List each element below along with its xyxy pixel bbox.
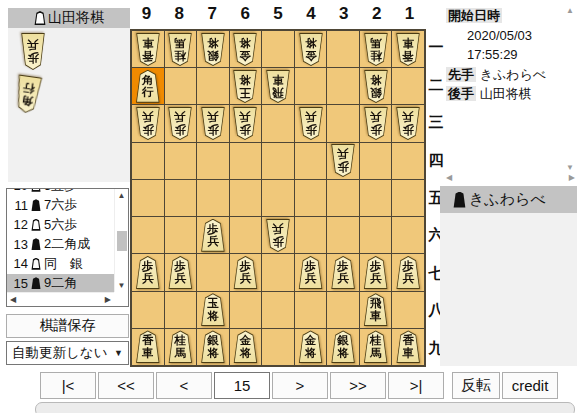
file-label: 6 — [229, 4, 262, 28]
sente-captured-tray — [440, 213, 577, 366]
piece-knight-sente: 桂馬 — [167, 330, 193, 363]
piece-pawn-sente: 歩兵 — [135, 256, 161, 289]
rank-label: 一 — [427, 29, 445, 67]
gote-captured-tray: 歩兵角行 — [8, 28, 130, 182]
square-5五 — [262, 180, 294, 216]
file-labels: 987654321 — [130, 4, 426, 28]
square-6四 — [230, 143, 262, 179]
file-label: 2 — [360, 4, 393, 28]
square-4二 — [295, 68, 327, 104]
square-1三: 歩兵 — [392, 105, 424, 141]
square-6九: 金将 — [230, 329, 262, 365]
square-5八 — [262, 292, 294, 328]
piece-pawn-sente: 歩兵 — [363, 256, 389, 289]
save-kifu-button[interactable]: 棋譜保存 — [6, 314, 129, 338]
square-6三: 歩兵 — [230, 105, 262, 141]
square-9二: 角行 — [132, 68, 164, 104]
gote-marker-icon — [31, 189, 41, 192]
gote-marker-icon — [31, 219, 41, 231]
piece-gold-gote: 金将 — [298, 33, 324, 66]
square-5二: 飛車 — [262, 68, 294, 104]
move-text: 9二角 — [44, 274, 77, 292]
square-1九: 香車 — [392, 329, 424, 365]
piece-gold-sente: 金将 — [232, 330, 258, 363]
square-3八 — [327, 292, 359, 328]
sente-marker-icon — [31, 238, 41, 250]
move-number: 14 — [13, 256, 28, 271]
square-9一: 香車 — [132, 31, 164, 67]
scroll-left-icon[interactable]: ◀ — [10, 295, 16, 304]
sente-player-name: きふわらべ — [469, 190, 546, 209]
move-slider-track[interactable] — [35, 402, 575, 413]
move-number: 12 — [13, 217, 28, 232]
file-label: 7 — [196, 4, 229, 28]
move-text: 5六歩 — [44, 216, 77, 234]
square-9七: 歩兵 — [132, 254, 164, 290]
square-5九 — [262, 329, 294, 365]
gote-marker-icon — [31, 258, 41, 270]
square-4四 — [295, 143, 327, 179]
rank-label: 四 — [427, 142, 445, 180]
square-6一: 金将 — [230, 31, 262, 67]
square-3七: 歩兵 — [327, 254, 359, 290]
nav-back-10-button[interactable]: << — [98, 372, 154, 399]
square-2一: 桂馬 — [360, 31, 392, 67]
file-label: 3 — [327, 4, 360, 28]
square-1一: 香車 — [392, 31, 424, 67]
move-text: 2二角成 — [44, 235, 90, 253]
square-9六 — [132, 217, 164, 253]
piece-pawn-gote: 歩兵 — [395, 107, 421, 140]
piece-pawn-gote: 歩兵 — [363, 107, 389, 140]
piece-knight-sente: 桂馬 — [363, 330, 389, 363]
square-8九: 桂馬 — [165, 329, 197, 365]
square-8三: 歩兵 — [165, 105, 197, 141]
square-5四 — [262, 143, 294, 179]
square-1二 — [392, 68, 424, 104]
piece-pawn-sente: 歩兵 — [232, 256, 258, 289]
flip-board-button[interactable]: 反転 — [452, 372, 500, 399]
gote-name: 山田将棋 — [480, 86, 532, 101]
square-2三: 歩兵 — [360, 105, 392, 141]
square-3六 — [327, 217, 359, 253]
square-1四 — [392, 143, 424, 179]
square-2八: 飛車 — [360, 292, 392, 328]
scroll-up-icon[interactable]: ▲ — [566, 6, 574, 15]
piece-bishop-gote: 角行 — [13, 74, 44, 114]
nav-last-button[interactable]: >| — [388, 372, 444, 399]
square-5一 — [262, 31, 294, 67]
move-list-item-12[interactable]: 125六歩 — [7, 215, 114, 235]
gote-player-bar: 山田将棋 — [8, 8, 130, 28]
square-8五 — [165, 180, 197, 216]
piece-gold-sente: 金将 — [298, 330, 324, 363]
square-3五 — [327, 180, 359, 216]
piece-lance-sente: 香車 — [395, 330, 421, 363]
sente-player-bar: きふわらべ — [440, 186, 577, 213]
piece-knight-gote: 桂馬 — [363, 33, 389, 66]
square-1八 — [392, 292, 424, 328]
auto-update-dropdown[interactable]: 自動更新しない ▼ — [6, 341, 129, 365]
scroll-right-icon[interactable]: ▶ — [569, 173, 575, 182]
gote-piece-icon — [34, 11, 46, 25]
piece-pawn-sente: 歩兵 — [200, 219, 226, 252]
credit-button[interactable]: credit — [502, 372, 558, 399]
sente-marker-icon — [31, 199, 41, 211]
square-2四 — [360, 143, 392, 179]
chevron-down-icon: ▼ — [114, 348, 123, 358]
scroll-left-icon[interactable]: ◀ — [446, 173, 452, 182]
square-9九: 香車 — [132, 329, 164, 365]
piece-pawn-gote: 歩兵 — [330, 144, 356, 177]
move-list-item-14[interactable]: 14同 銀 — [7, 254, 114, 274]
piece-lance-gote: 香車 — [135, 33, 161, 66]
piece-silver-gote: 銀将 — [200, 33, 226, 66]
piece-pawn-gote: 歩兵 — [135, 107, 161, 140]
sente-name: きふわらべ — [480, 67, 547, 82]
scrollbar-thumb[interactable] — [117, 231, 127, 251]
piece-pawn-gote: 歩兵 — [232, 107, 258, 140]
move-number: 11 — [13, 198, 28, 213]
move-number: 13 — [13, 237, 28, 252]
square-2二: 銀将 — [360, 68, 392, 104]
move-number: 10 — [13, 189, 28, 193]
scroll-right-icon[interactable]: ▶ — [105, 295, 111, 304]
info-scrollbar-horizontal[interactable]: ◀ ▶ — [444, 170, 577, 184]
square-4七: 歩兵 — [295, 254, 327, 290]
square-3九: 銀将 — [327, 329, 359, 365]
piece-gold-gote: 金将 — [232, 33, 258, 66]
move-list-item-11[interactable]: 117六歩 — [7, 196, 114, 216]
square-1六 — [392, 217, 424, 253]
move-text: 5五歩 — [44, 189, 77, 195]
move-number-input[interactable]: 15 — [214, 372, 270, 399]
start-date: 2020/05/03 — [446, 26, 562, 46]
piece-pawn-sente: 歩兵 — [330, 256, 356, 289]
square-7二 — [197, 68, 229, 104]
square-9三: 歩兵 — [132, 105, 164, 141]
square-2七: 歩兵 — [360, 254, 392, 290]
square-4六 — [295, 217, 327, 253]
square-7三: 歩兵 — [197, 105, 229, 141]
square-4五 — [295, 180, 327, 216]
info-scrollbar-vertical[interactable]: ▲ ▼ — [563, 6, 577, 172]
square-6五 — [230, 180, 262, 216]
move-list: 105五歩117六歩125六歩132二角成14同 銀159二角 ▲ ▼ ◀ ▶ — [6, 188, 129, 307]
piece-rook-sente: 飛車 — [363, 293, 389, 326]
square-2五 — [360, 180, 392, 216]
rank-label: 二 — [427, 67, 445, 105]
gote-label: 後手 — [446, 86, 476, 101]
file-label: 9 — [130, 4, 163, 28]
square-6八 — [230, 292, 262, 328]
square-6六 — [230, 217, 262, 253]
piece-silver-sente: 銀将 — [200, 330, 226, 363]
rank-label: 三 — [427, 104, 445, 142]
piece-silver-gote: 銀将 — [363, 70, 389, 103]
move-list-item-13[interactable]: 132二角成 — [7, 235, 114, 255]
move-list-scrollbar-vertical[interactable]: ▲ ▼ — [114, 189, 128, 292]
move-number: 15 — [13, 276, 28, 291]
square-5三 — [262, 105, 294, 141]
piece-bishop-sente: 角行 — [135, 70, 161, 103]
file-label: 4 — [294, 4, 327, 28]
navigation-bar: |<<<<15>>>>|反転credit — [40, 372, 558, 399]
nav-forward-10-button[interactable]: >> — [330, 372, 386, 399]
piece-king-sente: 玉将 — [200, 293, 226, 326]
square-8二 — [165, 68, 197, 104]
square-2六 — [360, 217, 392, 253]
move-list-item-15[interactable]: 159二角 — [7, 274, 114, 293]
sente-marker-icon — [31, 277, 41, 289]
shogi-board: 香車桂馬銀将金将金将桂馬香車角行王将飛車銀将歩兵歩兵歩兵歩兵歩兵歩兵歩兵歩兵歩兵… — [130, 29, 426, 367]
sente-label: 先手 — [446, 67, 476, 82]
start-time: 17:55:29 — [446, 45, 562, 65]
square-6二: 王将 — [230, 68, 262, 104]
square-1七: 歩兵 — [392, 254, 424, 290]
square-9四 — [132, 143, 164, 179]
square-8四 — [165, 143, 197, 179]
square-5六: 歩兵 — [262, 217, 294, 253]
piece-knight-gote: 桂馬 — [167, 33, 193, 66]
square-3二 — [327, 68, 359, 104]
game-info-panel: 開始日時 2020/05/03 17:55:29 先手 きふわらべ 後手 山田将… — [446, 6, 562, 104]
square-4三: 歩兵 — [295, 105, 327, 141]
square-3四: 歩兵 — [327, 143, 359, 179]
square-8一: 桂馬 — [165, 31, 197, 67]
file-label: 1 — [393, 4, 426, 28]
piece-pawn-gote: 歩兵 — [265, 219, 291, 252]
square-7七 — [197, 254, 229, 290]
square-4九: 金将 — [295, 329, 327, 365]
square-9五 — [132, 180, 164, 216]
sente-piece-icon — [453, 192, 466, 208]
square-3三 — [327, 105, 359, 141]
piece-pawn-gote: 歩兵 — [20, 33, 46, 70]
nav-back-button[interactable]: < — [156, 372, 212, 399]
square-9八 — [132, 292, 164, 328]
piece-pawn-gote: 歩兵 — [167, 107, 193, 140]
piece-pawn-sente: 歩兵 — [167, 256, 193, 289]
square-8八 — [165, 292, 197, 328]
nav-forward-button[interactable]: > — [272, 372, 328, 399]
square-4一: 金将 — [295, 31, 327, 67]
move-text: 7六歩 — [44, 196, 77, 214]
square-2九: 桂馬 — [360, 329, 392, 365]
square-7五 — [197, 180, 229, 216]
piece-lance-gote: 香車 — [395, 33, 421, 66]
scroll-up-icon[interactable]: ▲ — [118, 191, 126, 200]
file-label: 5 — [262, 4, 295, 28]
square-8六 — [165, 217, 197, 253]
square-7四 — [197, 143, 229, 179]
square-7六: 歩兵 — [197, 217, 229, 253]
square-8七: 歩兵 — [165, 254, 197, 290]
move-text: 同 銀 — [44, 255, 83, 273]
square-7一: 銀将 — [197, 31, 229, 67]
piece-pawn-sente: 歩兵 — [395, 256, 421, 289]
file-label: 8 — [163, 4, 196, 28]
piece-lance-sente: 香車 — [135, 330, 161, 363]
piece-silver-sente: 銀将 — [330, 330, 356, 363]
nav-first-button[interactable]: |< — [40, 372, 96, 399]
auto-update-value: 自動更新しない — [12, 344, 107, 362]
gote-player-name: 山田将棋 — [48, 9, 104, 27]
piece-pawn-gote: 歩兵 — [298, 107, 324, 140]
piece-king-gote: 王将 — [232, 70, 258, 103]
square-1五 — [392, 180, 424, 216]
square-4八 — [295, 292, 327, 328]
square-3一 — [327, 31, 359, 67]
scroll-down-icon[interactable]: ▼ — [118, 281, 126, 290]
square-5七 — [262, 254, 294, 290]
square-7八: 玉将 — [197, 292, 229, 328]
piece-pawn-sente: 歩兵 — [298, 256, 324, 289]
square-6七: 歩兵 — [230, 254, 262, 290]
piece-rook-gote: 飛車 — [265, 70, 291, 103]
piece-pawn-gote: 歩兵 — [200, 107, 226, 140]
start-datetime-label: 開始日時 — [446, 8, 502, 23]
square-7九: 銀将 — [197, 329, 229, 365]
move-list-scrollbar-horizontal[interactable]: ◀ ▶ — [7, 292, 114, 306]
